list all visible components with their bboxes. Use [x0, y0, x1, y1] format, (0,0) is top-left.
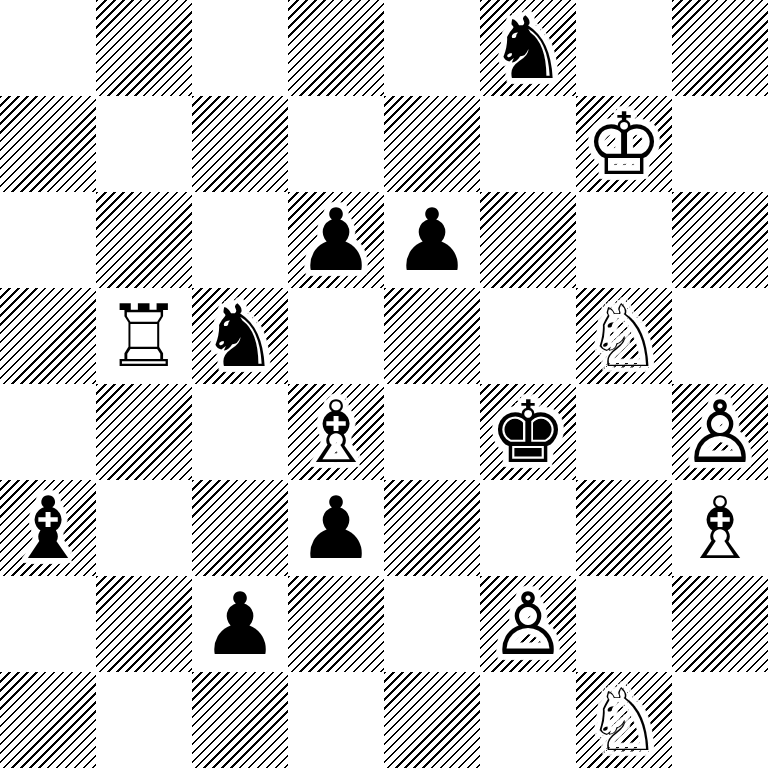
- square-g3[interactable]: [576, 480, 672, 576]
- white-bishop-piece: ♗: [681, 480, 758, 576]
- square-e2[interactable]: [384, 576, 480, 672]
- white-rook-piece: ♖: [105, 288, 182, 384]
- square-c4[interactable]: [192, 384, 288, 480]
- square-h3[interactable]: ♗: [672, 480, 768, 576]
- square-e1[interactable]: [384, 672, 480, 768]
- square-g7[interactable]: ♔: [576, 96, 672, 192]
- square-e6[interactable]: ♟: [384, 192, 480, 288]
- square-a1[interactable]: [0, 672, 96, 768]
- square-c8[interactable]: [192, 0, 288, 96]
- square-b3[interactable]: [96, 480, 192, 576]
- square-a5[interactable]: [0, 288, 96, 384]
- square-b8[interactable]: [96, 0, 192, 96]
- square-h6[interactable]: [672, 192, 768, 288]
- square-b5[interactable]: ♖: [96, 288, 192, 384]
- white-pawn-piece: ♙: [681, 384, 758, 480]
- square-d3[interactable]: ♟: [288, 480, 384, 576]
- square-g1[interactable]: ♘: [576, 672, 672, 768]
- square-a6[interactable]: [0, 192, 96, 288]
- square-h7[interactable]: [672, 96, 768, 192]
- square-a2[interactable]: [0, 576, 96, 672]
- black-king-piece: ♚: [489, 384, 566, 480]
- chess-board: ♞♔♟♟♖♞♘♗♚♙♝♟♗♟♙♘: [0, 0, 768, 768]
- black-pawn-piece: ♟: [393, 192, 470, 288]
- square-h1[interactable]: [672, 672, 768, 768]
- square-h8[interactable]: [672, 0, 768, 96]
- square-f1[interactable]: [480, 672, 576, 768]
- square-f3[interactable]: [480, 480, 576, 576]
- square-e7[interactable]: [384, 96, 480, 192]
- square-f8[interactable]: ♞: [480, 0, 576, 96]
- white-pawn-piece: ♙: [489, 576, 566, 672]
- square-e4[interactable]: [384, 384, 480, 480]
- white-king-piece: ♔: [585, 96, 662, 192]
- square-g2[interactable]: [576, 576, 672, 672]
- square-b6[interactable]: [96, 192, 192, 288]
- white-knight-piece: ♘: [585, 288, 662, 384]
- square-a3[interactable]: ♝: [0, 480, 96, 576]
- square-d1[interactable]: [288, 672, 384, 768]
- square-f6[interactable]: [480, 192, 576, 288]
- square-g8[interactable]: [576, 0, 672, 96]
- square-f2[interactable]: ♙: [480, 576, 576, 672]
- black-knight-piece: ♞: [489, 0, 566, 96]
- square-b4[interactable]: [96, 384, 192, 480]
- white-bishop-piece: ♗: [297, 384, 374, 480]
- square-c7[interactable]: [192, 96, 288, 192]
- square-e8[interactable]: [384, 0, 480, 96]
- square-e5[interactable]: [384, 288, 480, 384]
- square-c2[interactable]: ♟: [192, 576, 288, 672]
- square-f7[interactable]: [480, 96, 576, 192]
- square-b2[interactable]: [96, 576, 192, 672]
- square-d8[interactable]: [288, 0, 384, 96]
- square-b7[interactable]: [96, 96, 192, 192]
- square-d4[interactable]: ♗: [288, 384, 384, 480]
- square-b1[interactable]: [96, 672, 192, 768]
- square-e3[interactable]: [384, 480, 480, 576]
- black-pawn-piece: ♟: [297, 480, 374, 576]
- square-g6[interactable]: [576, 192, 672, 288]
- black-bishop-piece: ♝: [9, 480, 86, 576]
- square-c3[interactable]: [192, 480, 288, 576]
- square-d2[interactable]: [288, 576, 384, 672]
- square-h4[interactable]: ♙: [672, 384, 768, 480]
- white-knight-piece: ♘: [585, 672, 662, 768]
- square-f4[interactable]: ♚: [480, 384, 576, 480]
- square-g5[interactable]: ♘: [576, 288, 672, 384]
- square-d5[interactable]: [288, 288, 384, 384]
- square-a8[interactable]: [0, 0, 96, 96]
- square-h5[interactable]: [672, 288, 768, 384]
- square-c1[interactable]: [192, 672, 288, 768]
- square-c6[interactable]: [192, 192, 288, 288]
- square-c5[interactable]: ♞: [192, 288, 288, 384]
- square-a4[interactable]: [0, 384, 96, 480]
- square-h2[interactable]: [672, 576, 768, 672]
- black-pawn-piece: ♟: [201, 576, 278, 672]
- square-d6[interactable]: ♟: [288, 192, 384, 288]
- square-g4[interactable]: [576, 384, 672, 480]
- square-f5[interactable]: [480, 288, 576, 384]
- black-knight-piece: ♞: [201, 288, 278, 384]
- square-a7[interactable]: [0, 96, 96, 192]
- black-pawn-piece: ♟: [297, 192, 374, 288]
- square-d7[interactable]: [288, 96, 384, 192]
